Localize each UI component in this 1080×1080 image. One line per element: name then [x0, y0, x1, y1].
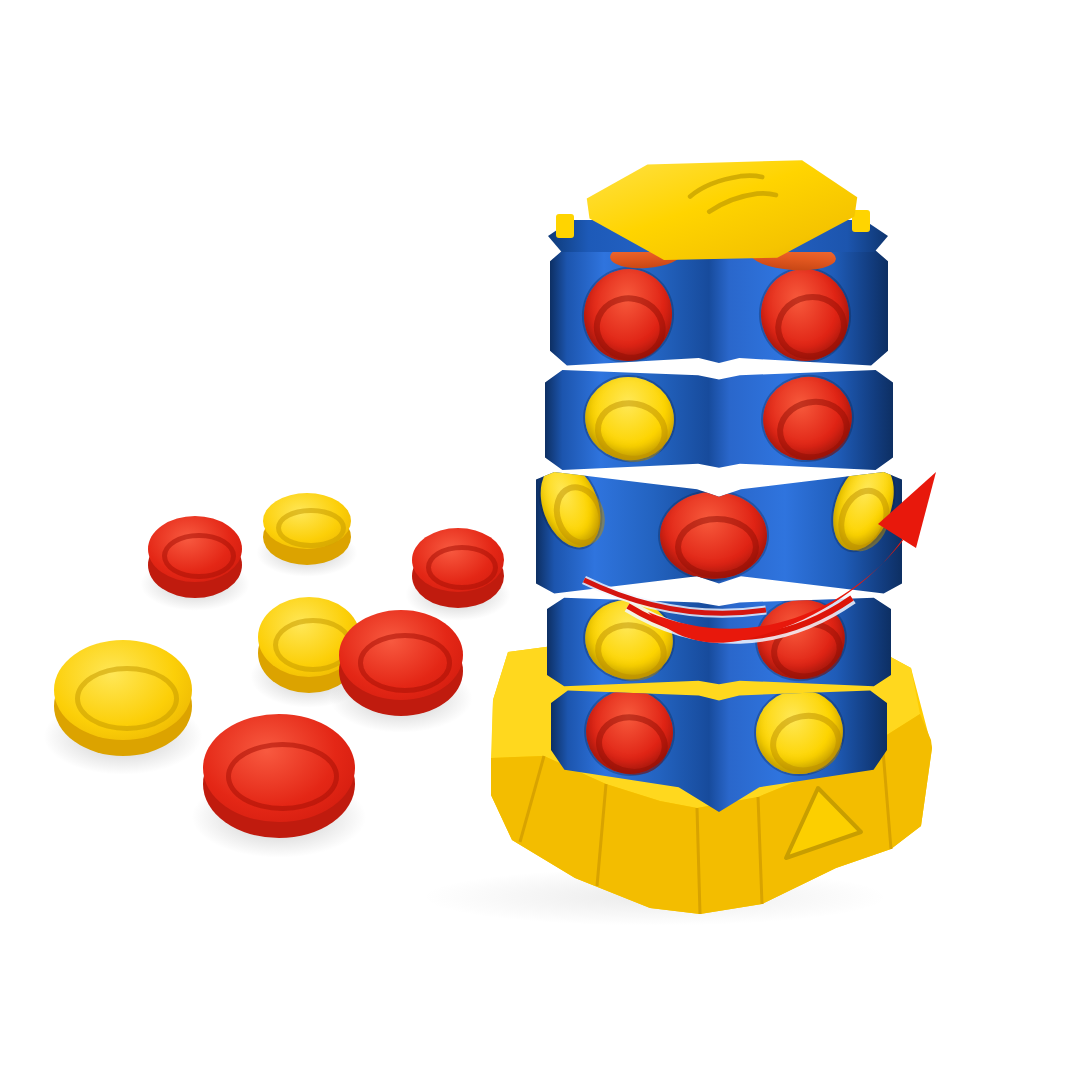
arrow-swoosh	[648, 518, 918, 643]
rotation-arrow	[0, 0, 1080, 1080]
scene	[0, 0, 1080, 1080]
arrow-head	[878, 472, 936, 548]
